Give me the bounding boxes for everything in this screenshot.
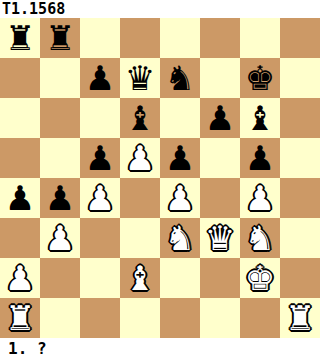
square-g7[interactable]: ♚ (240, 58, 280, 98)
piece-black-bishop[interactable]: ♝ (245, 98, 275, 138)
square-g2[interactable]: ♚ (240, 258, 280, 298)
piece-black-pawn[interactable]: ♟ (45, 178, 75, 218)
square-a7[interactable] (0, 58, 40, 98)
piece-white-rook[interactable]: ♜ (285, 298, 315, 338)
piece-black-rook[interactable]: ♜ (5, 18, 35, 58)
square-c4[interactable]: ♟ (80, 178, 120, 218)
square-f7[interactable] (200, 58, 240, 98)
square-b4[interactable]: ♟ (40, 178, 80, 218)
square-d7[interactable]: ♛ (120, 58, 160, 98)
square-e4[interactable]: ♟ (160, 178, 200, 218)
square-h4[interactable] (280, 178, 320, 218)
square-h3[interactable] (280, 218, 320, 258)
square-b6[interactable] (40, 98, 80, 138)
piece-white-pawn[interactable]: ♟ (85, 178, 115, 218)
square-b1[interactable] (40, 298, 80, 338)
square-e3[interactable]: ♞ (160, 218, 200, 258)
square-h8[interactable] (280, 18, 320, 58)
square-h7[interactable] (280, 58, 320, 98)
piece-black-king[interactable]: ♚ (245, 58, 275, 98)
square-a4[interactable]: ♟ (0, 178, 40, 218)
square-f6[interactable]: ♟ (200, 98, 240, 138)
square-b7[interactable] (40, 58, 80, 98)
piece-black-bishop[interactable]: ♝ (125, 98, 155, 138)
square-e5[interactable]: ♟ (160, 138, 200, 178)
square-g3[interactable]: ♞ (240, 218, 280, 258)
square-d2[interactable]: ♝ (120, 258, 160, 298)
square-f1[interactable] (200, 298, 240, 338)
square-d4[interactable] (120, 178, 160, 218)
piece-white-rook[interactable]: ♜ (5, 298, 35, 338)
square-f8[interactable] (200, 18, 240, 58)
piece-white-bishop[interactable]: ♝ (125, 258, 155, 298)
piece-white-knight[interactable]: ♞ (165, 218, 195, 258)
square-a5[interactable] (0, 138, 40, 178)
square-a3[interactable] (0, 218, 40, 258)
square-c7[interactable]: ♟ (80, 58, 120, 98)
square-f5[interactable] (200, 138, 240, 178)
square-a1[interactable]: ♜ (0, 298, 40, 338)
square-c5[interactable]: ♟ (80, 138, 120, 178)
square-b3[interactable]: ♟ (40, 218, 80, 258)
square-d5[interactable]: ♟ (120, 138, 160, 178)
square-e6[interactable] (160, 98, 200, 138)
piece-white-knight[interactable]: ♞ (245, 218, 275, 258)
square-c6[interactable] (80, 98, 120, 138)
square-e7[interactable]: ♞ (160, 58, 200, 98)
piece-white-pawn[interactable]: ♟ (5, 258, 35, 298)
square-b2[interactable] (40, 258, 80, 298)
square-e8[interactable] (160, 18, 200, 58)
square-c3[interactable] (80, 218, 120, 258)
piece-white-pawn[interactable]: ♟ (45, 218, 75, 258)
square-g5[interactable]: ♟ (240, 138, 280, 178)
chess-board: ♜♜♟♛♞♚♝♟♝♟♟♟♟♟♟♟♟♟♟♞♛♞♟♝♚♜♜ (0, 18, 320, 338)
piece-black-queen[interactable]: ♛ (125, 58, 155, 98)
square-h1[interactable]: ♜ (280, 298, 320, 338)
piece-white-king[interactable]: ♚ (245, 258, 275, 298)
square-a2[interactable]: ♟ (0, 258, 40, 298)
square-h5[interactable] (280, 138, 320, 178)
square-f4[interactable] (200, 178, 240, 218)
square-b8[interactable]: ♜ (40, 18, 80, 58)
piece-white-pawn[interactable]: ♟ (245, 178, 275, 218)
square-f3[interactable]: ♛ (200, 218, 240, 258)
square-d6[interactable]: ♝ (120, 98, 160, 138)
square-g6[interactable]: ♝ (240, 98, 280, 138)
piece-black-knight[interactable]: ♞ (165, 58, 195, 98)
square-e2[interactable] (160, 258, 200, 298)
square-h2[interactable] (280, 258, 320, 298)
piece-white-pawn[interactable]: ♟ (125, 138, 155, 178)
square-c2[interactable] (80, 258, 120, 298)
square-g1[interactable] (240, 298, 280, 338)
square-d8[interactable] (120, 18, 160, 58)
square-a6[interactable] (0, 98, 40, 138)
square-c1[interactable] (80, 298, 120, 338)
piece-black-pawn[interactable]: ♟ (205, 98, 235, 138)
square-e1[interactable] (160, 298, 200, 338)
square-g4[interactable]: ♟ (240, 178, 280, 218)
piece-black-pawn[interactable]: ♟ (5, 178, 35, 218)
square-b5[interactable] (40, 138, 80, 178)
puzzle-title: T1.1568 (0, 0, 320, 18)
square-a8[interactable]: ♜ (0, 18, 40, 58)
piece-black-rook[interactable]: ♜ (45, 18, 75, 58)
piece-black-pawn[interactable]: ♟ (165, 138, 195, 178)
square-d3[interactable] (120, 218, 160, 258)
square-f2[interactable] (200, 258, 240, 298)
piece-black-pawn[interactable]: ♟ (245, 138, 275, 178)
piece-white-queen[interactable]: ♛ (205, 218, 235, 258)
piece-black-pawn[interactable]: ♟ (85, 58, 115, 98)
square-g8[interactable] (240, 18, 280, 58)
square-d1[interactable] (120, 298, 160, 338)
square-h6[interactable] (280, 98, 320, 138)
square-c8[interactable] (80, 18, 120, 58)
piece-white-pawn[interactable]: ♟ (165, 178, 195, 218)
move-prompt: 1. ? (0, 338, 320, 360)
piece-black-pawn[interactable]: ♟ (85, 138, 115, 178)
